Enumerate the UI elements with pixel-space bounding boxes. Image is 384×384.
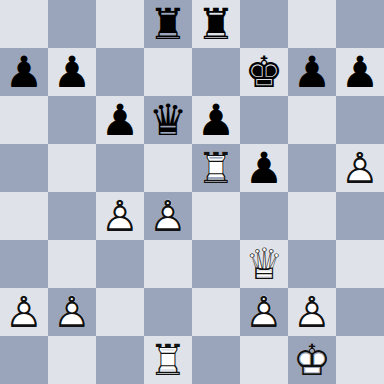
square-f2[interactable]: ♟♙ [240, 288, 288, 336]
square-a6[interactable] [0, 96, 48, 144]
white-pawn-outline-icon: ♙ [240, 288, 288, 336]
white-pawn[interactable]: ♟♙ [288, 288, 336, 336]
square-d1[interactable]: ♜♖ [144, 336, 192, 384]
square-d8[interactable]: ♜ [144, 0, 192, 48]
square-e2[interactable] [192, 288, 240, 336]
square-f8[interactable] [240, 0, 288, 48]
square-d7[interactable] [144, 48, 192, 96]
square-c6[interactable]: ♟ [96, 96, 144, 144]
square-a2[interactable]: ♟♙ [0, 288, 48, 336]
square-c1[interactable] [96, 336, 144, 384]
square-d3[interactable] [144, 240, 192, 288]
square-c5[interactable] [96, 144, 144, 192]
black-pawn-icon: ♟ [48, 48, 96, 96]
square-a8[interactable] [0, 0, 48, 48]
square-d5[interactable] [144, 144, 192, 192]
square-g6[interactable] [288, 96, 336, 144]
black-pawn[interactable]: ♟ [48, 48, 96, 96]
black-pawn[interactable]: ♟ [288, 48, 336, 96]
black-pawn[interactable]: ♟ [192, 96, 240, 144]
square-f4[interactable] [240, 192, 288, 240]
square-g7[interactable]: ♟ [288, 48, 336, 96]
square-h4[interactable] [336, 192, 384, 240]
square-e5[interactable]: ♜♖ [192, 144, 240, 192]
square-g5[interactable] [288, 144, 336, 192]
square-a3[interactable] [0, 240, 48, 288]
white-king[interactable]: ♚♔ [288, 336, 336, 384]
square-d6[interactable]: ♛ [144, 96, 192, 144]
square-b5[interactable] [48, 144, 96, 192]
black-pawn-icon: ♟ [288, 48, 336, 96]
white-pawn[interactable]: ♟♙ [0, 288, 48, 336]
white-pawn-outline-icon: ♙ [96, 192, 144, 240]
square-h1[interactable] [336, 336, 384, 384]
white-pawn-outline-icon: ♙ [48, 288, 96, 336]
black-queen-icon: ♛ [144, 96, 192, 144]
white-pawn[interactable]: ♟♙ [336, 144, 384, 192]
square-c7[interactable] [96, 48, 144, 96]
square-a4[interactable] [0, 192, 48, 240]
square-e4[interactable] [192, 192, 240, 240]
square-b2[interactable]: ♟♙ [48, 288, 96, 336]
black-pawn[interactable]: ♟ [0, 48, 48, 96]
square-f3[interactable]: ♛♕ [240, 240, 288, 288]
black-pawn-icon: ♟ [240, 144, 288, 192]
square-h6[interactable] [336, 96, 384, 144]
square-h5[interactable]: ♟♙ [336, 144, 384, 192]
square-h8[interactable] [336, 0, 384, 48]
white-rook[interactable]: ♜♖ [144, 336, 192, 384]
square-d2[interactable] [144, 288, 192, 336]
square-e1[interactable] [192, 336, 240, 384]
black-pawn-icon: ♟ [0, 48, 48, 96]
black-rook-icon: ♜ [144, 0, 192, 48]
chess-board: ♜♜♟♟♚♟♟♟♛♟♜♖♟♟♙♟♙♟♙♛♕♟♙♟♙♟♙♟♙♜♖♚♔ [0, 0, 384, 384]
square-c8[interactable] [96, 0, 144, 48]
white-pawn[interactable]: ♟♙ [96, 192, 144, 240]
square-f5[interactable]: ♟ [240, 144, 288, 192]
black-pawn-icon: ♟ [192, 96, 240, 144]
white-king-outline-icon: ♔ [288, 336, 336, 384]
square-f6[interactable] [240, 96, 288, 144]
square-h3[interactable] [336, 240, 384, 288]
black-pawn[interactable]: ♟ [96, 96, 144, 144]
square-a1[interactable] [0, 336, 48, 384]
square-g1[interactable]: ♚♔ [288, 336, 336, 384]
white-pawn[interactable]: ♟♙ [144, 192, 192, 240]
white-pawn-outline-icon: ♙ [336, 144, 384, 192]
square-a5[interactable] [0, 144, 48, 192]
square-d4[interactable]: ♟♙ [144, 192, 192, 240]
white-pawn[interactable]: ♟♙ [240, 288, 288, 336]
black-rook[interactable]: ♜ [192, 0, 240, 48]
square-h2[interactable] [336, 288, 384, 336]
white-rook-outline-icon: ♖ [192, 144, 240, 192]
black-king-icon: ♚ [240, 48, 288, 96]
square-g4[interactable] [288, 192, 336, 240]
black-rook-icon: ♜ [192, 0, 240, 48]
square-e8[interactable]: ♜ [192, 0, 240, 48]
square-g8[interactable] [288, 0, 336, 48]
black-queen[interactable]: ♛ [144, 96, 192, 144]
white-pawn-outline-icon: ♙ [0, 288, 48, 336]
square-f7[interactable]: ♚ [240, 48, 288, 96]
square-b6[interactable] [48, 96, 96, 144]
square-g3[interactable] [288, 240, 336, 288]
square-c3[interactable] [96, 240, 144, 288]
square-a7[interactable]: ♟ [0, 48, 48, 96]
square-c2[interactable] [96, 288, 144, 336]
square-b3[interactable] [48, 240, 96, 288]
white-pawn-outline-icon: ♙ [288, 288, 336, 336]
black-king[interactable]: ♚ [240, 48, 288, 96]
square-f1[interactable] [240, 336, 288, 384]
black-pawn[interactable]: ♟ [336, 48, 384, 96]
square-h7[interactable]: ♟ [336, 48, 384, 96]
square-e7[interactable] [192, 48, 240, 96]
black-pawn[interactable]: ♟ [240, 144, 288, 192]
square-b7[interactable]: ♟ [48, 48, 96, 96]
white-rook[interactable]: ♜♖ [192, 144, 240, 192]
black-pawn-icon: ♟ [336, 48, 384, 96]
white-queen-outline-icon: ♕ [240, 240, 288, 288]
white-pawn-outline-icon: ♙ [144, 192, 192, 240]
black-pawn-icon: ♟ [96, 96, 144, 144]
white-rook-outline-icon: ♖ [144, 336, 192, 384]
square-e6[interactable]: ♟ [192, 96, 240, 144]
square-g2[interactable]: ♟♙ [288, 288, 336, 336]
square-e3[interactable] [192, 240, 240, 288]
square-b1[interactable] [48, 336, 96, 384]
black-rook[interactable]: ♜ [144, 0, 192, 48]
square-b4[interactable] [48, 192, 96, 240]
white-pawn[interactable]: ♟♙ [48, 288, 96, 336]
white-queen[interactable]: ♛♕ [240, 240, 288, 288]
square-c4[interactable]: ♟♙ [96, 192, 144, 240]
square-b8[interactable] [48, 0, 96, 48]
